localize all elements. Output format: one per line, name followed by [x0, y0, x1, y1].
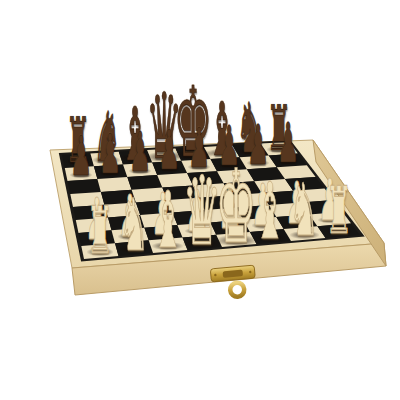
chess-piece[interactable]: ♟ — [276, 116, 298, 171]
chess-piece[interactable]: ♜ — [87, 198, 113, 263]
chess-piece[interactable]: ♟ — [129, 125, 151, 180]
chess-piece[interactable]: ♝ — [152, 182, 183, 260]
chess-piece[interactable]: ♟ — [70, 129, 92, 184]
chess-set-photo: ♜♞♝♛♚♝♞♜♟♟♟♟♟♟♟♟♟♟♟♟♟♟♟♟♜♞♝♛♚♝♞♜ — [0, 0, 400, 400]
chess-piece[interactable]: ♟ — [158, 123, 180, 178]
pieces-layer: ♜♞♝♛♚♝♞♜♟♟♟♟♟♟♟♟♟♟♟♟♟♟♟♟♜♞♝♛♚♝♞♜ — [0, 0, 400, 400]
chess-piece[interactable]: ♟ — [99, 127, 121, 182]
chess-piece[interactable]: ♜ — [325, 178, 351, 243]
chess-piece[interactable]: ♞ — [290, 174, 319, 246]
chess-piece[interactable]: ♛ — [183, 164, 222, 260]
chess-piece[interactable]: ♚ — [216, 156, 257, 258]
chess-piece[interactable]: ♝ — [255, 173, 286, 251]
chess-piece[interactable]: ♞ — [119, 189, 148, 261]
